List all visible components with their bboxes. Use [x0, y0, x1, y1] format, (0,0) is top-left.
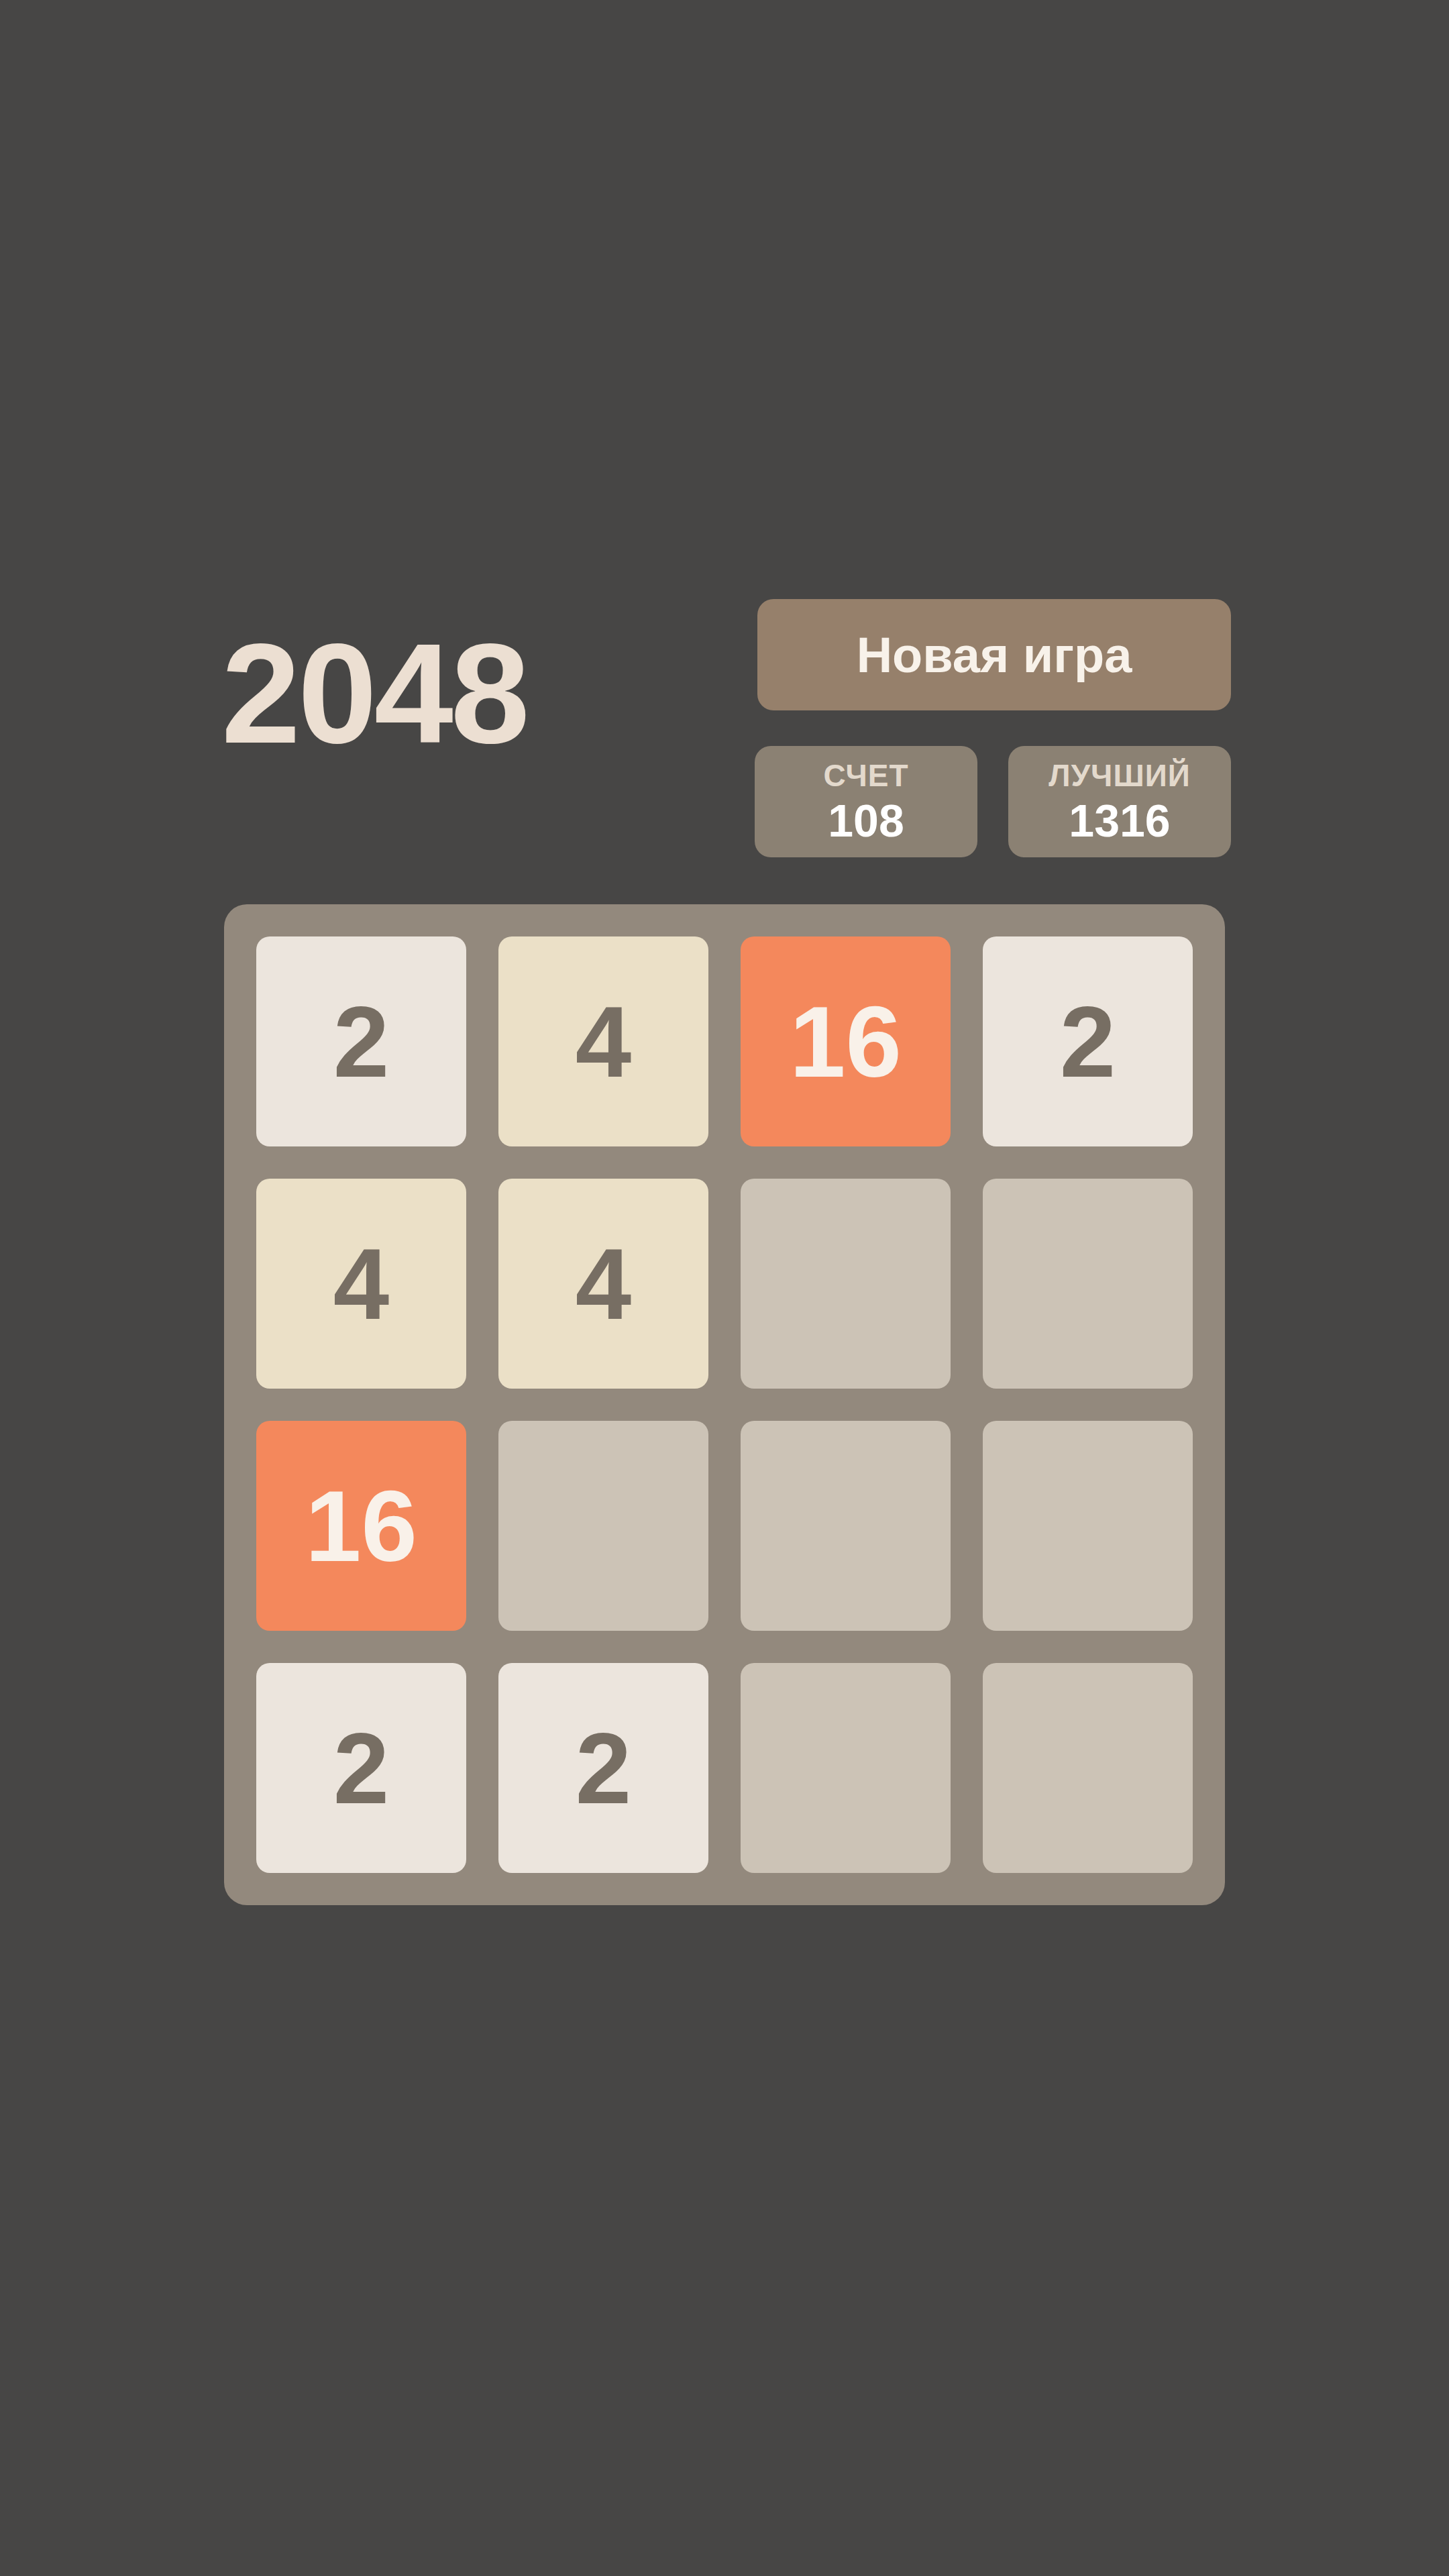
tile-2: 2 — [256, 1663, 466, 1873]
new-game-button-label: Новая игра — [857, 627, 1132, 684]
best-value: 1316 — [1069, 797, 1170, 844]
tile-4: 4 — [498, 936, 708, 1146]
score-box: СЧЕТ 108 — [755, 746, 977, 857]
empty-cell — [498, 1421, 708, 1631]
best-label: ЛУЧШИЙ — [1049, 759, 1191, 792]
score-label: СЧЕТ — [823, 759, 908, 792]
new-game-button[interactable]: Новая игра — [757, 599, 1231, 710]
empty-cell — [983, 1663, 1193, 1873]
best-box: ЛУЧШИЙ 1316 — [1008, 746, 1231, 857]
tile-2: 2 — [498, 1663, 708, 1873]
empty-cell — [741, 1663, 951, 1873]
empty-cell — [983, 1179, 1193, 1389]
board[interactable]: 24162441622 — [224, 904, 1225, 1905]
app-title: 2048 — [221, 623, 527, 765]
tile-4: 4 — [256, 1179, 466, 1389]
tile-16: 16 — [741, 936, 951, 1146]
empty-cell — [983, 1421, 1193, 1631]
tile-16: 16 — [256, 1421, 466, 1631]
tile-4: 4 — [498, 1179, 708, 1389]
empty-cell — [741, 1179, 951, 1389]
score-value: 108 — [828, 797, 904, 844]
app-screen: 2048 Новая игра СЧЕТ 108 ЛУЧШИЙ 1316 241… — [0, 0, 1449, 2576]
tile-2: 2 — [256, 936, 466, 1146]
tile-2: 2 — [983, 936, 1193, 1146]
scoreboard: СЧЕТ 108 ЛУЧШИЙ 1316 — [755, 746, 1231, 857]
empty-cell — [741, 1421, 951, 1631]
